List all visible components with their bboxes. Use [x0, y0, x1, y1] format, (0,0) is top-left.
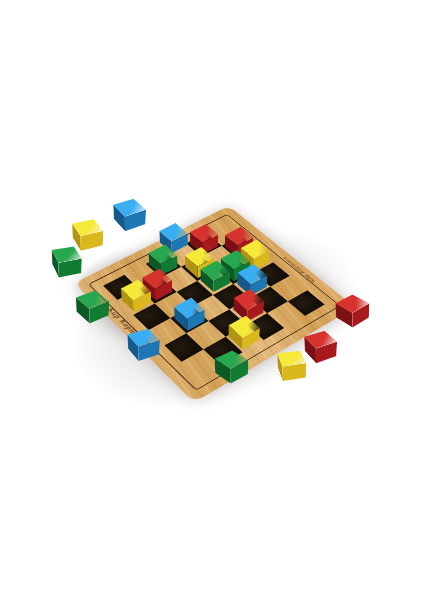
cube-blue-offboard-4[interactable]: [128, 343, 159, 361]
cube-green-offboard-2[interactable]: [52, 260, 81, 277]
offboard-cube-slot-8: [333, 298, 373, 338]
offboard-cube-slot-5: [212, 354, 252, 394]
offboard-cube-slot-2: [47, 249, 87, 289]
cube-blue-r3c1[interactable]: [174, 309, 204, 330]
cube-green-r2c3[interactable]: [201, 272, 230, 292]
cube-blue-offboard-0[interactable]: [114, 213, 145, 231]
cube-red-offboard-8[interactable]: [336, 308, 369, 327]
offboard-cube-slot-7: [301, 334, 341, 374]
cube-front-face: [58, 258, 82, 277]
offboard-cube-slot-0: [110, 202, 150, 242]
cube-green-offboard-3[interactable]: [77, 305, 109, 324]
offboard-cube-slot-3: [73, 294, 113, 334]
scene: Küp Kapmaca Küp Kapmaca: [0, 0, 424, 600]
cube-green-offboard-5[interactable]: [215, 364, 247, 383]
offboard-cube-slot-4: [124, 332, 164, 372]
cube-red-offboard-7[interactable]: [305, 345, 336, 363]
